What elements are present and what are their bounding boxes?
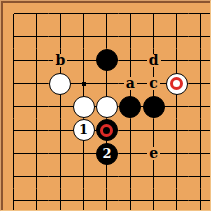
point-label-b: b [53, 54, 67, 67]
intersection [49, 25, 72, 48]
stone-white [49, 73, 71, 95]
intersection [189, 189, 211, 211]
intersection [119, 165, 142, 188]
stone-white [96, 96, 118, 118]
intersection [142, 2, 165, 25]
intersection: b [49, 49, 72, 72]
intersection [95, 189, 118, 211]
intersection [25, 142, 48, 165]
intersection [2, 49, 25, 72]
intersection [142, 165, 165, 188]
intersection [2, 189, 25, 211]
intersection [49, 119, 72, 142]
intersection [165, 189, 188, 211]
intersection [119, 142, 142, 165]
intersection [189, 142, 211, 165]
intersection [119, 25, 142, 48]
intersection: d [142, 49, 165, 72]
intersection [95, 95, 118, 118]
stone-white: 1 [73, 119, 95, 141]
intersection [142, 119, 165, 142]
intersection [25, 95, 48, 118]
stone-black [119, 96, 141, 118]
intersection [95, 119, 118, 142]
intersection [49, 142, 72, 165]
intersection: e [142, 142, 165, 165]
intersection [25, 2, 48, 25]
intersection [25, 189, 48, 211]
intersection [25, 49, 48, 72]
go-board: bdac12e [0, 0, 211, 211]
intersection: 2 [95, 142, 118, 165]
intersection [95, 72, 118, 95]
intersection [95, 2, 118, 25]
intersection [165, 95, 188, 118]
intersection: a [119, 72, 142, 95]
stone-black [96, 119, 118, 141]
stone-black [96, 49, 118, 71]
intersection: 1 [72, 119, 95, 142]
star-point [82, 82, 86, 86]
intersection [95, 25, 118, 48]
intersection [119, 189, 142, 211]
intersection [189, 95, 211, 118]
intersection [49, 95, 72, 118]
intersection [165, 165, 188, 188]
intersection [119, 2, 142, 25]
intersection [189, 2, 211, 25]
stone-white [73, 96, 95, 118]
intersection: c [142, 72, 165, 95]
stone-number: 2 [102, 144, 111, 164]
intersection [25, 72, 48, 95]
intersection [165, 49, 188, 72]
intersection [49, 189, 72, 211]
intersection [142, 95, 165, 118]
stone-black [143, 96, 165, 118]
intersection [142, 189, 165, 211]
intersection [165, 2, 188, 25]
intersection [72, 189, 95, 211]
intersection [189, 119, 211, 142]
intersection [2, 2, 25, 25]
intersection [49, 2, 72, 25]
intersection [72, 165, 95, 188]
intersection [189, 165, 211, 188]
intersection [189, 25, 211, 48]
intersection [95, 165, 118, 188]
intersection [49, 165, 72, 188]
point-label-d: d [147, 54, 161, 67]
intersection [2, 165, 25, 188]
intersection [25, 165, 48, 188]
intersection [2, 142, 25, 165]
intersection [2, 95, 25, 118]
intersection [165, 142, 188, 165]
intersection [25, 119, 48, 142]
intersection [119, 49, 142, 72]
stone-black: 2 [96, 143, 118, 165]
stone-white [166, 73, 188, 95]
circle-mark-icon [100, 124, 113, 137]
point-label-e: e [147, 147, 160, 160]
intersection [189, 72, 211, 95]
intersection [72, 142, 95, 165]
intersection [119, 119, 142, 142]
point-label-c: c [147, 77, 160, 90]
point-label-a: a [124, 77, 137, 90]
intersection [119, 95, 142, 118]
intersection [165, 72, 188, 95]
intersection [95, 49, 118, 72]
intersection [49, 72, 72, 95]
intersection [165, 25, 188, 48]
intersection [165, 119, 188, 142]
intersection [2, 72, 25, 95]
intersection [25, 25, 48, 48]
intersection [142, 25, 165, 48]
intersection [72, 2, 95, 25]
intersection [72, 25, 95, 48]
go-board-grid: bdac12e [2, 2, 211, 211]
circle-mark-icon [170, 77, 183, 90]
intersection [72, 49, 95, 72]
intersection [189, 49, 211, 72]
intersection [2, 119, 25, 142]
stone-number: 1 [79, 120, 88, 140]
intersection [72, 72, 95, 95]
intersection [2, 25, 25, 48]
intersection [72, 95, 95, 118]
